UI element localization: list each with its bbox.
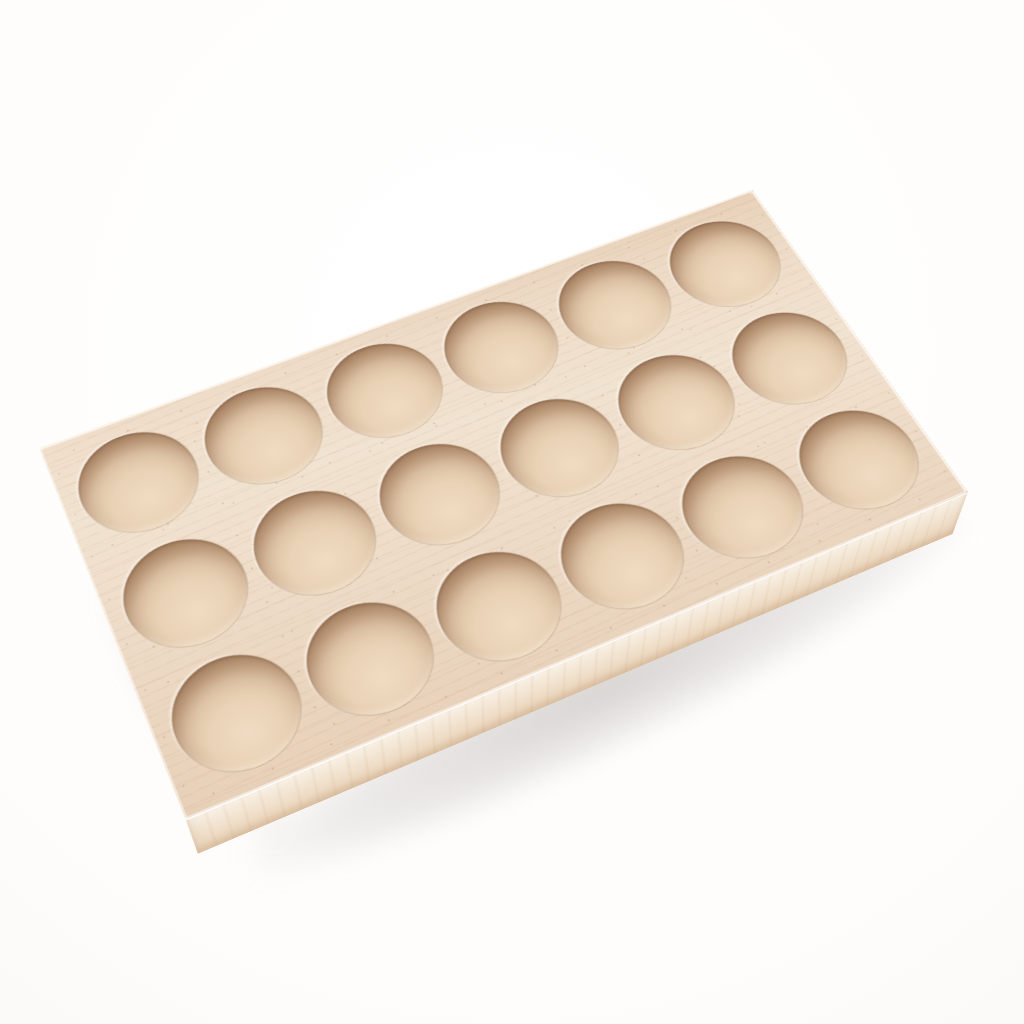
pit-r1c2[interactable] xyxy=(189,372,340,500)
pit-r2c2[interactable] xyxy=(237,475,394,613)
pit-r1c3[interactable] xyxy=(310,329,460,453)
mancala-board xyxy=(39,190,968,820)
scene xyxy=(0,0,1024,1024)
pit-r2c6[interactable] xyxy=(712,299,867,420)
pit-r3c2[interactable] xyxy=(288,585,453,734)
pit-r3c1[interactable] xyxy=(155,637,320,791)
pit-grid xyxy=(39,190,968,820)
pit-r3c4[interactable] xyxy=(541,487,704,626)
board-top-face xyxy=(39,190,968,820)
pit-r2c4[interactable] xyxy=(482,384,638,513)
pit-r2c3[interactable] xyxy=(361,429,518,562)
pit-r1c4[interactable] xyxy=(427,288,577,408)
pit-r3c3[interactable] xyxy=(417,535,581,679)
product-photo-backdrop xyxy=(0,0,1024,1024)
pit-r1c5[interactable] xyxy=(541,247,690,363)
pit-r2c1[interactable] xyxy=(108,523,266,665)
pit-r3c6[interactable] xyxy=(778,395,940,525)
pit-r1c6[interactable] xyxy=(651,208,800,321)
pit-r1c1[interactable] xyxy=(64,417,215,549)
pit-r2c5[interactable] xyxy=(599,341,755,466)
